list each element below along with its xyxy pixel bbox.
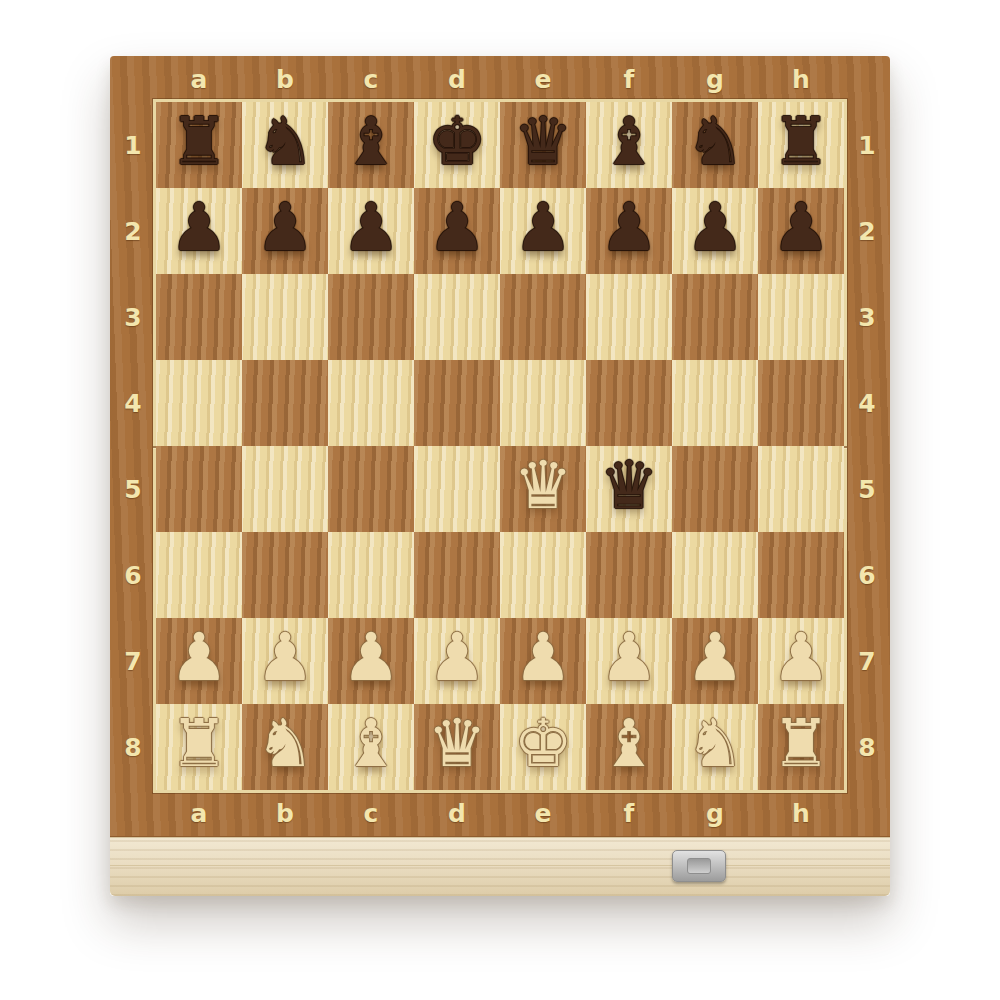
rank-label-8: 8	[844, 704, 890, 790]
rank-label-1: 1	[110, 102, 156, 188]
rank-label-1: 1	[844, 102, 890, 188]
square-g3	[672, 274, 758, 360]
rank-label-4: 4	[844, 360, 890, 446]
square-d8: ♛	[414, 704, 500, 790]
piece-white-pawn-h7: ♟	[771, 625, 830, 691]
square-c4	[328, 360, 414, 446]
piece-black-pawn-d2: ♟	[427, 195, 486, 261]
piece-black-bishop-c1: ♝	[341, 109, 400, 175]
piece-white-bishop-c8: ♝	[341, 711, 400, 777]
file-label-b: b	[242, 790, 328, 836]
piece-white-rook-a8: ♜	[169, 711, 228, 777]
rank-label-6: 6	[110, 532, 156, 618]
square-d5	[414, 446, 500, 532]
piece-white-knight-b8: ♞	[255, 711, 314, 777]
piece-white-queen-e5: ♛	[513, 453, 572, 519]
piece-black-knight-g1: ♞	[685, 109, 744, 175]
piece-black-queen-f5: ♛	[599, 453, 658, 519]
square-f3	[586, 274, 672, 360]
piece-white-pawn-b7: ♟	[255, 625, 314, 691]
piece-black-pawn-e2: ♟	[513, 195, 572, 261]
square-f5: ♛	[586, 446, 672, 532]
rank-label-2: 2	[844, 188, 890, 274]
rank-label-5: 5	[110, 446, 156, 532]
piece-white-rook-h8: ♜	[771, 711, 830, 777]
square-h1: ♜	[758, 102, 844, 188]
piece-white-pawn-d7: ♟	[427, 625, 486, 691]
square-e1: ♛	[500, 102, 586, 188]
square-d2: ♟	[414, 188, 500, 274]
square-f7: ♟	[586, 618, 672, 704]
square-f8: ♝	[586, 704, 672, 790]
product-photo: abcdefgh abcdefgh 12345678 12345678 ♜♞♝♚…	[110, 56, 890, 896]
piece-white-queen-d8: ♛	[427, 711, 486, 777]
square-b7: ♟	[242, 618, 328, 704]
square-c1: ♝	[328, 102, 414, 188]
chess-board-grid: ♜♞♝♚♛♝♞♜♟♟♟♟♟♟♟♟♛♛♟♟♟♟♟♟♟♟♜♞♝♛♚♝♞♜	[156, 102, 844, 790]
square-c7: ♟	[328, 618, 414, 704]
square-e2: ♟	[500, 188, 586, 274]
square-f2: ♟	[586, 188, 672, 274]
square-g8: ♞	[672, 704, 758, 790]
rank-labels-right: 12345678	[844, 102, 890, 790]
square-b3	[242, 274, 328, 360]
square-a4	[156, 360, 242, 446]
piece-black-knight-b1: ♞	[255, 109, 314, 175]
file-labels-bottom: abcdefgh	[156, 790, 844, 836]
file-label-h: h	[758, 790, 844, 836]
rank-label-3: 3	[844, 274, 890, 360]
square-f1: ♝	[586, 102, 672, 188]
piece-black-pawn-f2: ♟	[599, 195, 658, 261]
piece-white-bishop-f8: ♝	[599, 711, 658, 777]
piece-black-pawn-h2: ♟	[771, 195, 830, 261]
square-g2: ♟	[672, 188, 758, 274]
piece-white-pawn-e7: ♟	[513, 625, 572, 691]
square-a6	[156, 532, 242, 618]
clasp-icon	[672, 850, 726, 882]
rank-label-5: 5	[844, 446, 890, 532]
file-label-d: d	[414, 790, 500, 836]
piece-black-rook-a1: ♜	[169, 109, 228, 175]
box-side-panel	[110, 837, 890, 896]
square-b5	[242, 446, 328, 532]
piece-black-queen-e1: ♛	[513, 109, 572, 175]
square-h2: ♟	[758, 188, 844, 274]
square-b2: ♟	[242, 188, 328, 274]
square-h6	[758, 532, 844, 618]
rank-label-8: 8	[110, 704, 156, 790]
file-label-f: f	[586, 56, 672, 102]
piece-white-knight-g8: ♞	[685, 711, 744, 777]
square-h4	[758, 360, 844, 446]
rank-label-7: 7	[110, 618, 156, 704]
square-d1: ♚	[414, 102, 500, 188]
file-label-c: c	[328, 56, 414, 102]
square-a5	[156, 446, 242, 532]
file-label-f: f	[586, 790, 672, 836]
square-e8: ♚	[500, 704, 586, 790]
piece-black-pawn-c2: ♟	[341, 195, 400, 261]
square-e7: ♟	[500, 618, 586, 704]
piece-white-king-e8: ♚	[513, 711, 572, 777]
piece-black-bishop-f1: ♝	[599, 109, 658, 175]
square-c2: ♟	[328, 188, 414, 274]
square-g4	[672, 360, 758, 446]
piece-white-pawn-g7: ♟	[685, 625, 744, 691]
file-label-c: c	[328, 790, 414, 836]
file-label-e: e	[500, 56, 586, 102]
folding-chess-box: abcdefgh abcdefgh 12345678 12345678 ♜♞♝♚…	[110, 56, 890, 896]
file-label-d: d	[414, 56, 500, 102]
piece-white-pawn-a7: ♟	[169, 625, 228, 691]
square-a8: ♜	[156, 704, 242, 790]
square-h7: ♟	[758, 618, 844, 704]
square-a2: ♟	[156, 188, 242, 274]
square-c6	[328, 532, 414, 618]
piece-white-pawn-c7: ♟	[341, 625, 400, 691]
file-label-a: a	[156, 56, 242, 102]
square-e4	[500, 360, 586, 446]
square-b1: ♞	[242, 102, 328, 188]
square-g7: ♟	[672, 618, 758, 704]
square-c8: ♝	[328, 704, 414, 790]
file-labels-top: abcdefgh	[156, 56, 844, 102]
square-f4	[586, 360, 672, 446]
square-h5	[758, 446, 844, 532]
piece-black-rook-h1: ♜	[771, 109, 830, 175]
box-halves-joint	[110, 865, 890, 866]
piece-white-pawn-f7: ♟	[599, 625, 658, 691]
square-h8: ♜	[758, 704, 844, 790]
piece-black-king-d1: ♚	[427, 109, 486, 175]
square-d6	[414, 532, 500, 618]
square-g1: ♞	[672, 102, 758, 188]
square-b8: ♞	[242, 704, 328, 790]
piece-black-pawn-b2: ♟	[255, 195, 314, 261]
board-frame: abcdefgh abcdefgh 12345678 12345678 ♜♞♝♚…	[110, 56, 890, 837]
file-label-g: g	[672, 56, 758, 102]
file-label-b: b	[242, 56, 328, 102]
square-g5	[672, 446, 758, 532]
rank-label-6: 6	[844, 532, 890, 618]
square-d4	[414, 360, 500, 446]
square-c3	[328, 274, 414, 360]
file-label-g: g	[672, 790, 758, 836]
rank-labels-left: 12345678	[110, 102, 156, 790]
file-label-a: a	[156, 790, 242, 836]
rank-label-3: 3	[110, 274, 156, 360]
file-label-h: h	[758, 56, 844, 102]
square-a7: ♟	[156, 618, 242, 704]
rank-label-2: 2	[110, 188, 156, 274]
square-e6	[500, 532, 586, 618]
square-b6	[242, 532, 328, 618]
square-a3	[156, 274, 242, 360]
square-d7: ♟	[414, 618, 500, 704]
square-a1: ♜	[156, 102, 242, 188]
square-b4	[242, 360, 328, 446]
file-label-e: e	[500, 790, 586, 836]
rank-label-4: 4	[110, 360, 156, 446]
piece-black-pawn-g2: ♟	[685, 195, 744, 261]
square-g6	[672, 532, 758, 618]
square-e5: ♛	[500, 446, 586, 532]
square-d3	[414, 274, 500, 360]
square-c5	[328, 446, 414, 532]
rank-label-7: 7	[844, 618, 890, 704]
square-e3	[500, 274, 586, 360]
piece-black-pawn-a2: ♟	[169, 195, 228, 261]
square-h3	[758, 274, 844, 360]
square-f6	[586, 532, 672, 618]
